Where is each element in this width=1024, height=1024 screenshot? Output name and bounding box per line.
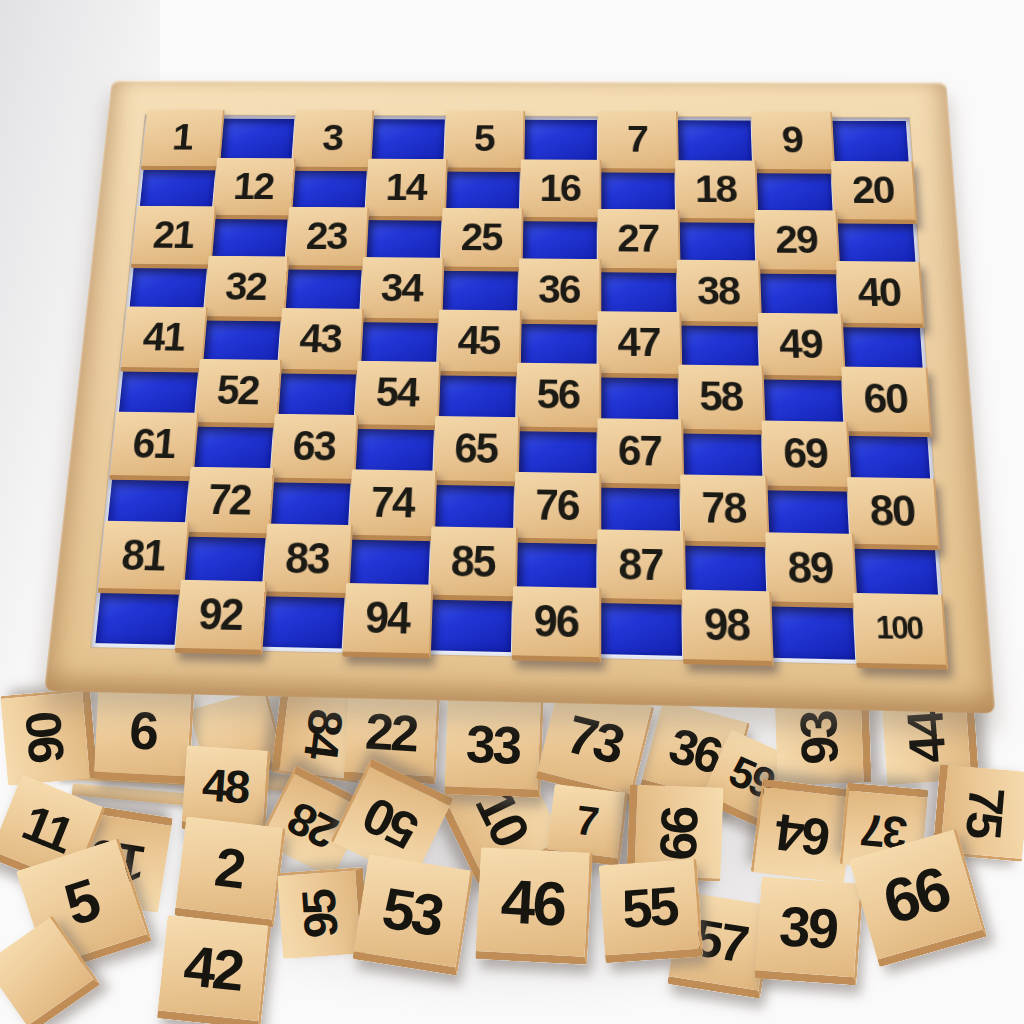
board-cell: 52 (198, 369, 277, 420)
board-cell: 100 (856, 604, 942, 662)
board-cell: 72 (188, 477, 269, 530)
board-tile[interactable]: 81 (97, 521, 190, 595)
board-tile[interactable]: 20 (831, 161, 918, 225)
board-tile[interactable]: 16 (519, 159, 601, 222)
board-tile[interactable]: 18 (675, 160, 759, 223)
loose-tile[interactable]: 39 (755, 877, 864, 986)
board-cell: 7 (600, 120, 674, 166)
board-cell: 20 (834, 170, 912, 217)
board-tile[interactable]: 89 (765, 533, 858, 608)
board-tile[interactable]: 12 (212, 158, 297, 220)
board-tile[interactable]: 80 (847, 477, 941, 551)
board-tile[interactable]: 94 (342, 583, 434, 659)
board-cell: 94 (346, 594, 428, 651)
board-tile[interactable]: 1 (141, 110, 225, 171)
loose-tile[interactable]: 2 (174, 816, 285, 927)
board-tile[interactable]: 96 (511, 586, 601, 663)
board-cell[interactable] (771, 602, 856, 660)
board-tile[interactable]: 47 (597, 311, 682, 379)
board-tile[interactable]: 40 (836, 261, 925, 328)
board-cell: 92 (178, 590, 261, 646)
board-cell: 54 (357, 371, 436, 422)
board-cell: 14 (368, 167, 443, 213)
board-tile[interactable]: 67 (597, 418, 684, 489)
board-tile[interactable]: 41 (120, 306, 208, 373)
board-cell: 69 (765, 430, 847, 483)
board-cell: 41 (124, 316, 203, 365)
board-cell: 80 (850, 488, 934, 543)
board-tile[interactable]: 72 (184, 467, 275, 539)
board-tile[interactable]: 52 (194, 359, 283, 427)
board-tile[interactable]: 36 (518, 259, 602, 325)
board-cell: 3 (295, 119, 370, 164)
board-cell: 45 (440, 319, 517, 369)
loose-tile[interactable]: 90 (0, 688, 98, 786)
board-tile[interactable]: 29 (754, 210, 841, 275)
board-cell[interactable] (262, 592, 345, 649)
board-cell: 81 (101, 532, 184, 587)
loose-tile[interactable]: 55 (599, 859, 704, 964)
board-cell: 32 (207, 266, 285, 314)
board-tile[interactable]: 45 (436, 309, 522, 376)
board-tile[interactable]: 9 (751, 112, 836, 174)
board-cell: 56 (519, 373, 597, 424)
board-cell: 43 (281, 317, 359, 367)
board-tile[interactable]: 74 (348, 469, 437, 541)
board-cell: 27 (600, 218, 675, 266)
board-cell[interactable] (95, 589, 179, 645)
board-cell: 49 (761, 322, 841, 373)
board-tile[interactable]: 83 (262, 524, 353, 598)
board-cell: 23 (288, 216, 364, 263)
board-cell: 85 (432, 537, 513, 592)
board-tile[interactable]: 49 (758, 313, 847, 381)
board-cell: 9 (754, 121, 830, 167)
board-cell[interactable] (371, 119, 445, 164)
board-cell: 47 (600, 321, 677, 371)
board-cell: 12 (215, 167, 291, 213)
board-cell: 5 (447, 119, 521, 164)
board-tile[interactable]: 85 (429, 527, 519, 601)
board-tile[interactable]: 61 (109, 411, 199, 481)
board-cell: 78 (683, 485, 764, 539)
board-tile[interactable]: 69 (761, 420, 852, 492)
board-grid: 1357912141618202123252729323436384041434… (91, 115, 947, 666)
board-cell[interactable] (677, 120, 752, 166)
board-tile[interactable]: 3 (291, 110, 374, 171)
board-tile[interactable]: 25 (440, 208, 524, 272)
loose-tile[interactable]: 64 (751, 779, 856, 884)
board-tile[interactable]: 58 (678, 365, 766, 435)
board-cell: 60 (845, 377, 927, 429)
board-cell[interactable] (832, 121, 909, 167)
board-tile[interactable]: 23 (285, 207, 370, 271)
loose-tile[interactable]: 33 (444, 698, 543, 797)
board-tile[interactable]: 7 (597, 111, 679, 172)
board-tile[interactable]: 27 (597, 209, 680, 274)
board-cell: 25 (443, 217, 519, 265)
board-cell: 89 (769, 543, 853, 599)
board-cell[interactable] (523, 120, 596, 165)
board-cell: 1 (144, 118, 219, 163)
board-tile[interactable]: 65 (433, 416, 521, 487)
board-cell: 34 (363, 267, 440, 316)
board-tile[interactable]: 87 (597, 530, 686, 605)
hundred-board-frame: 1357912141618202123252729323436384041434… (44, 80, 996, 714)
board-tile[interactable]: 78 (680, 474, 770, 547)
board-perspective-wrap: 1357912141618202123252729323436384041434… (36, 26, 988, 702)
board-cell: 87 (600, 540, 681, 596)
board-cell: 74 (352, 480, 432, 534)
board-cell: 76 (517, 482, 597, 536)
board-cell: 67 (600, 428, 679, 481)
board-tile[interactable]: 38 (676, 260, 762, 326)
board-cell: 96 (515, 597, 596, 654)
board-tile[interactable]: 43 (277, 308, 364, 375)
board-tile[interactable]: 32 (203, 256, 290, 321)
board-tile[interactable]: 54 (354, 361, 441, 430)
board-cell[interactable] (600, 599, 682, 656)
board-cell: 61 (113, 421, 194, 473)
board-cell: 36 (521, 268, 597, 317)
board-cell: 29 (758, 219, 836, 267)
board-tile[interactable]: 63 (270, 413, 359, 483)
board-cell: 40 (839, 271, 919, 320)
board-tile[interactable]: 98 (682, 589, 774, 666)
board-cell: 16 (523, 168, 597, 215)
loose-tile[interactable]: 53 (352, 854, 473, 975)
board-cell: 98 (685, 600, 768, 657)
loose-tile[interactable]: 42 (157, 915, 271, 1024)
board-cell: 18 (678, 169, 754, 216)
board-tile[interactable]: 60 (841, 367, 932, 437)
board-tile[interactable]: 34 (359, 257, 444, 323)
board-tile[interactable]: 92 (174, 579, 267, 655)
board-cell: 63 (274, 423, 354, 475)
board-tile[interactable]: 21 (131, 206, 217, 269)
board-cell: 38 (680, 270, 758, 319)
board-tile[interactable]: 56 (516, 363, 602, 432)
board-tile[interactable]: 14 (365, 158, 448, 220)
board-tile[interactable]: 100 (853, 593, 949, 671)
board-cell[interactable] (219, 119, 294, 164)
loose-tile[interactable]: 46 (475, 847, 593, 965)
board-tile[interactable]: 5 (444, 111, 526, 172)
board-cell: 21 (134, 215, 211, 262)
board-tile[interactable]: 76 (514, 472, 602, 545)
board-cell: 58 (681, 375, 760, 427)
board-cell[interactable] (430, 595, 512, 652)
board-cell: 83 (266, 534, 348, 589)
board-cell: 65 (436, 426, 515, 479)
